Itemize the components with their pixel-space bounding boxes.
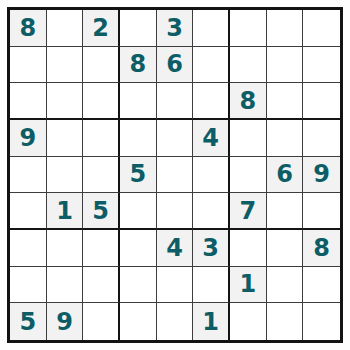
cell-r3c8[interactable] [267, 83, 304, 120]
cell-r5c2[interactable] [47, 157, 84, 194]
cell-r8c5[interactable] [157, 267, 194, 304]
cell-r7c1[interactable] [10, 230, 47, 267]
cell-r4c2[interactable] [47, 120, 84, 157]
cell-r8c9[interactable] [303, 267, 340, 304]
cell-r5c3[interactable] [83, 157, 120, 194]
cell-r3c7: 8 [230, 83, 267, 120]
cell-r2c4: 8 [120, 47, 157, 84]
cell-r2c3[interactable] [83, 47, 120, 84]
cell-r6c7: 7 [230, 193, 267, 230]
cell-r5c8: 6 [267, 157, 304, 194]
cell-r8c3[interactable] [83, 267, 120, 304]
cell-r9c6: 1 [193, 303, 230, 340]
cell-r6c3: 5 [83, 193, 120, 230]
cell-r5c5[interactable] [157, 157, 194, 194]
cell-r8c2[interactable] [47, 267, 84, 304]
cell-r1c2[interactable] [47, 10, 84, 47]
cell-r3c3[interactable] [83, 83, 120, 120]
cell-r1c7[interactable] [230, 10, 267, 47]
cell-r7c6: 3 [193, 230, 230, 267]
cell-r2c6[interactable] [193, 47, 230, 84]
cell-r2c2[interactable] [47, 47, 84, 84]
cell-r6c4[interactable] [120, 193, 157, 230]
cell-r2c9[interactable] [303, 47, 340, 84]
cell-r4c8[interactable] [267, 120, 304, 157]
cell-r4c9[interactable] [303, 120, 340, 157]
sudoku-board: 823868945691574381591 [7, 7, 343, 343]
cell-r1c8[interactable] [267, 10, 304, 47]
cell-r6c8[interactable] [267, 193, 304, 230]
cell-r6c1[interactable] [10, 193, 47, 230]
cell-r9c5[interactable] [157, 303, 194, 340]
cell-r3c6[interactable] [193, 83, 230, 120]
cell-r3c4[interactable] [120, 83, 157, 120]
cell-r4c3[interactable] [83, 120, 120, 157]
cell-r3c2[interactable] [47, 83, 84, 120]
cell-r8c7: 1 [230, 267, 267, 304]
cell-r2c8[interactable] [267, 47, 304, 84]
cell-r6c5[interactable] [157, 193, 194, 230]
cell-r1c1: 8 [10, 10, 47, 47]
cell-r5c1[interactable] [10, 157, 47, 194]
cell-r9c7[interactable] [230, 303, 267, 340]
cell-r8c4[interactable] [120, 267, 157, 304]
cell-r3c9[interactable] [303, 83, 340, 120]
cell-r2c5: 6 [157, 47, 194, 84]
cell-r7c5: 4 [157, 230, 194, 267]
cell-r6c2: 1 [47, 193, 84, 230]
cell-r7c2[interactable] [47, 230, 84, 267]
cell-r7c3[interactable] [83, 230, 120, 267]
cell-r8c1[interactable] [10, 267, 47, 304]
cell-r3c5[interactable] [157, 83, 194, 120]
cell-r9c9[interactable] [303, 303, 340, 340]
cell-r7c4[interactable] [120, 230, 157, 267]
cell-r9c8[interactable] [267, 303, 304, 340]
cell-r5c7[interactable] [230, 157, 267, 194]
cell-r4c5[interactable] [157, 120, 194, 157]
cell-r1c6[interactable] [193, 10, 230, 47]
cell-r1c4[interactable] [120, 10, 157, 47]
cell-r4c7[interactable] [230, 120, 267, 157]
cell-r2c1[interactable] [10, 47, 47, 84]
cell-r4c1: 9 [10, 120, 47, 157]
cell-r9c2: 9 [47, 303, 84, 340]
cell-r4c4[interactable] [120, 120, 157, 157]
cell-r9c3[interactable] [83, 303, 120, 340]
cell-r7c8[interactable] [267, 230, 304, 267]
cell-r7c9: 8 [303, 230, 340, 267]
cell-r1c3: 2 [83, 10, 120, 47]
cell-r8c6[interactable] [193, 267, 230, 304]
cell-r1c5: 3 [157, 10, 194, 47]
cell-r4c6: 4 [193, 120, 230, 157]
cell-r1c9[interactable] [303, 10, 340, 47]
cell-r5c4: 5 [120, 157, 157, 194]
cell-r2c7[interactable] [230, 47, 267, 84]
cell-r9c1: 5 [10, 303, 47, 340]
cell-r3c1[interactable] [10, 83, 47, 120]
cell-r6c6[interactable] [193, 193, 230, 230]
cell-r5c6[interactable] [193, 157, 230, 194]
cell-r6c9[interactable] [303, 193, 340, 230]
cell-r8c8[interactable] [267, 267, 304, 304]
cell-r9c4[interactable] [120, 303, 157, 340]
cell-r7c7[interactable] [230, 230, 267, 267]
cell-r5c9: 9 [303, 157, 340, 194]
